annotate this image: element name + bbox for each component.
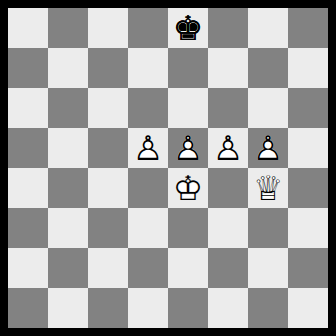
- square-g3[interactable]: [248, 208, 288, 248]
- square-h8[interactable]: [288, 8, 328, 48]
- white-pawn-fill: ♟: [208, 128, 248, 168]
- square-f7[interactable]: [208, 48, 248, 88]
- square-b6[interactable]: [48, 88, 88, 128]
- square-a1[interactable]: [8, 288, 48, 328]
- square-b4[interactable]: [48, 168, 88, 208]
- white-pawn: ♙: [128, 128, 168, 168]
- chess-board-frame: ♚♚♟♙♟♙♟♙♟♙♚♔♛♕: [0, 0, 336, 336]
- square-d2[interactable]: [128, 248, 168, 288]
- square-a5[interactable]: [8, 128, 48, 168]
- square-g7[interactable]: [248, 48, 288, 88]
- square-f2[interactable]: [208, 248, 248, 288]
- square-d7[interactable]: [128, 48, 168, 88]
- square-a3[interactable]: [8, 208, 48, 248]
- square-h4[interactable]: [288, 168, 328, 208]
- square-b2[interactable]: [48, 248, 88, 288]
- square-c5[interactable]: [88, 128, 128, 168]
- square-f1[interactable]: [208, 288, 248, 328]
- white-king: ♔: [168, 168, 208, 208]
- square-h1[interactable]: [288, 288, 328, 328]
- white-pawn: ♙: [168, 128, 208, 168]
- square-b7[interactable]: [48, 48, 88, 88]
- white-pawn: ♙: [248, 128, 288, 168]
- square-d8[interactable]: [128, 8, 168, 48]
- square-d4[interactable]: [128, 168, 168, 208]
- square-d5[interactable]: ♟♙: [128, 128, 168, 168]
- white-queen: ♕: [248, 168, 288, 208]
- square-e3[interactable]: [168, 208, 208, 248]
- chess-board: ♚♚♟♙♟♙♟♙♟♙♚♔♛♕: [8, 8, 328, 328]
- square-c3[interactable]: [88, 208, 128, 248]
- square-c1[interactable]: [88, 288, 128, 328]
- square-f5[interactable]: ♟♙: [208, 128, 248, 168]
- square-b5[interactable]: [48, 128, 88, 168]
- square-c8[interactable]: [88, 8, 128, 48]
- square-f8[interactable]: [208, 8, 248, 48]
- square-d6[interactable]: [128, 88, 168, 128]
- white-pawn-fill: ♟: [248, 128, 288, 168]
- square-e2[interactable]: [168, 248, 208, 288]
- white-pawn-fill: ♟: [128, 128, 168, 168]
- square-g4[interactable]: ♛♕: [248, 168, 288, 208]
- square-c2[interactable]: [88, 248, 128, 288]
- square-d3[interactable]: [128, 208, 168, 248]
- black-king-fill: ♚: [168, 8, 208, 48]
- square-a4[interactable]: [8, 168, 48, 208]
- square-b1[interactable]: [48, 288, 88, 328]
- square-c6[interactable]: [88, 88, 128, 128]
- square-h3[interactable]: [288, 208, 328, 248]
- square-a6[interactable]: [8, 88, 48, 128]
- square-a8[interactable]: [8, 8, 48, 48]
- square-g1[interactable]: [248, 288, 288, 328]
- square-g5[interactable]: ♟♙: [248, 128, 288, 168]
- white-pawn-fill: ♟: [168, 128, 208, 168]
- square-e5[interactable]: ♟♙: [168, 128, 208, 168]
- square-h7[interactable]: [288, 48, 328, 88]
- square-e6[interactable]: [168, 88, 208, 128]
- square-h5[interactable]: [288, 128, 328, 168]
- square-e8[interactable]: ♚♚: [168, 8, 208, 48]
- square-f6[interactable]: [208, 88, 248, 128]
- square-c7[interactable]: [88, 48, 128, 88]
- square-e1[interactable]: [168, 288, 208, 328]
- square-f3[interactable]: [208, 208, 248, 248]
- square-f4[interactable]: [208, 168, 248, 208]
- square-a7[interactable]: [8, 48, 48, 88]
- square-g2[interactable]: [248, 248, 288, 288]
- square-g6[interactable]: [248, 88, 288, 128]
- square-d1[interactable]: [128, 288, 168, 328]
- white-king-fill: ♚: [168, 168, 208, 208]
- square-c4[interactable]: [88, 168, 128, 208]
- square-e7[interactable]: [168, 48, 208, 88]
- square-e4[interactable]: ♚♔: [168, 168, 208, 208]
- black-king: ♚: [168, 8, 208, 48]
- white-pawn: ♙: [208, 128, 248, 168]
- square-h6[interactable]: [288, 88, 328, 128]
- white-queen-fill: ♛: [248, 168, 288, 208]
- square-b8[interactable]: [48, 8, 88, 48]
- square-h2[interactable]: [288, 248, 328, 288]
- square-b3[interactable]: [48, 208, 88, 248]
- square-a2[interactable]: [8, 248, 48, 288]
- square-g8[interactable]: [248, 8, 288, 48]
